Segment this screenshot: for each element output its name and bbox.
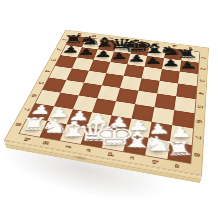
rank-label-right-6: 6 — [193, 117, 205, 127]
rank-label-right-3: 3 — [197, 77, 208, 85]
square-c8[interactable] — [123, 134, 148, 155]
square-h8[interactable] — [20, 118, 47, 137]
photo-backdrop: hhggffeeddccbbaa1122334455667788 ♜♞♝♛♚♝♞… — [0, 0, 218, 218]
piece-black-pawn-e2[interactable]: ♟ — [110, 41, 128, 61]
square-a8[interactable] — [167, 141, 191, 163]
square-f8[interactable] — [60, 124, 87, 144]
pieces-layer: ♜♞♝♛♚♝♞♜♟♟♟♟♟♟♟♟♟♟♟♟♟♟♟♟♜♞♝♛♚♝♞♜ — [66, 30, 209, 48]
square-c4[interactable] — [138, 78, 159, 93]
square-d4[interactable] — [120, 76, 142, 91]
square-b7[interactable] — [149, 122, 173, 142]
square-b8[interactable] — [145, 138, 170, 159]
piece-black-pawn-c2[interactable]: ♟ — [143, 45, 163, 65]
square-b4[interactable] — [157, 81, 178, 96]
rank-label-right-2: 2 — [198, 65, 208, 72]
rank-label-right-7: 7 — [192, 132, 204, 143]
rank-label-right-5: 5 — [195, 102, 206, 111]
chess-board-scene: hhggffeeddccbbaa1122334455667788 ♜♞♝♛♚♝♞… — [35, 3, 205, 173]
square-d8[interactable] — [102, 131, 128, 152]
square-g8[interactable] — [40, 121, 67, 140]
piece-black-pawn-g2[interactable]: ♟ — [78, 37, 95, 56]
rank-label-right-8: 8 — [191, 149, 204, 161]
square-e8[interactable] — [81, 127, 107, 147]
rank-label-right-4: 4 — [196, 89, 207, 98]
square-a4[interactable] — [176, 83, 196, 99]
rank-label-right-1: 1 — [199, 54, 209, 61]
square-a7[interactable] — [170, 125, 193, 145]
folding-chess-board: hhggffeeddccbbaa1122334455667788 ♜♞♝♛♚♝♞… — [4, 30, 209, 176]
